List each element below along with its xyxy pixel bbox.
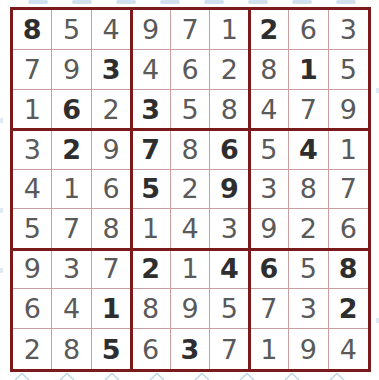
sudoku-cell-r4c4[interactable]: 7	[131, 130, 170, 170]
sudoku-cell-r4c3[interactable]: 9	[92, 130, 131, 170]
sudoku-cell-r5c5[interactable]: 2	[171, 170, 210, 210]
sudoku-cell-r5c9[interactable]: 7	[329, 170, 368, 210]
sudoku-cell-r6c3[interactable]: 8	[92, 209, 131, 249]
sudoku-cell-r2c3[interactable]: 3	[92, 50, 131, 90]
sudoku-cell-r2c8[interactable]: 1	[289, 50, 328, 90]
sudoku-cell-r1c5[interactable]: 7	[171, 10, 210, 50]
sudoku-cell-r3c5[interactable]: 5	[171, 90, 210, 130]
sudoku-cell-r4c2[interactable]: 2	[52, 130, 91, 170]
sudoku-cell-r7c6[interactable]: 4	[210, 249, 249, 289]
sudoku-cell-r7c5[interactable]: 1	[171, 249, 210, 289]
sudoku-cell-r6c5[interactable]: 4	[171, 209, 210, 249]
sudoku-cell-r4c9[interactable]: 1	[329, 130, 368, 170]
sudoku-cell-r6c8[interactable]: 2	[289, 209, 328, 249]
sudoku-cell-r5c1[interactable]: 4	[13, 170, 52, 210]
sudoku-cell-r5c2[interactable]: 1	[52, 170, 91, 210]
sudoku-cell-r9c2[interactable]: 8	[52, 329, 91, 369]
sudoku-cell-r6c2[interactable]: 7	[52, 209, 91, 249]
sudoku-cell-r3c4[interactable]: 3	[131, 90, 170, 130]
sudoku-cell-r3c6[interactable]: 8	[210, 90, 249, 130]
sudoku-cell-r8c7[interactable]: 7	[250, 289, 289, 329]
sudoku-cell-r4c7[interactable]: 5	[250, 130, 289, 170]
sudoku-cell-r8c6[interactable]: 5	[210, 289, 249, 329]
sudoku-cell-r9c1[interactable]: 2	[13, 329, 52, 369]
top-bars-decoration	[28, 0, 356, 4]
sudoku-cell-r4c5[interactable]: 8	[171, 130, 210, 170]
sudoku-cell-r8c2[interactable]: 4	[52, 289, 91, 329]
sudoku-cell-r9c4[interactable]: 6	[131, 329, 170, 369]
sudoku-cell-r8c8[interactable]: 3	[289, 289, 328, 329]
sudoku-cell-r1c7[interactable]: 2	[250, 10, 289, 50]
sudoku-cell-r7c4[interactable]: 2	[131, 249, 170, 289]
sudoku-cell-r1c6[interactable]: 1	[210, 10, 249, 50]
sudoku-cell-r9c5[interactable]: 3	[171, 329, 210, 369]
sudoku-cell-r7c7[interactable]: 6	[250, 249, 289, 289]
sudoku-cell-r6c1[interactable]: 5	[13, 209, 52, 249]
sudoku-cell-r7c3[interactable]: 7	[92, 249, 131, 289]
sudoku-cell-r5c7[interactable]: 3	[250, 170, 289, 210]
sudoku-cell-r9c3[interactable]: 5	[92, 329, 131, 369]
sudoku-cell-r6c7[interactable]: 9	[250, 209, 289, 249]
sudoku-board: 8549712637934628151623584793297865414165…	[10, 7, 371, 372]
sudoku-cell-r4c8[interactable]: 4	[289, 130, 328, 170]
sudoku-cell-r4c6[interactable]: 6	[210, 130, 249, 170]
sudoku-cell-r1c4[interactable]: 9	[131, 10, 170, 50]
sudoku-cell-r2c2[interactable]: 9	[52, 50, 91, 90]
sudoku-cell-r8c9[interactable]: 2	[329, 289, 368, 329]
sudoku-cell-r8c1[interactable]: 6	[13, 289, 52, 329]
sudoku-cell-r3c7[interactable]: 4	[250, 90, 289, 130]
sudoku-cell-r3c2[interactable]: 6	[52, 90, 91, 130]
sudoku-cell-r2c9[interactable]: 5	[329, 50, 368, 90]
sudoku-cell-r1c1[interactable]: 8	[13, 10, 52, 50]
sudoku-cell-r5c4[interactable]: 5	[131, 170, 170, 210]
sudoku-cell-r9c9[interactable]: 4	[329, 329, 368, 369]
sudoku-cell-r2c1[interactable]: 7	[13, 50, 52, 90]
sudoku-cell-r7c9[interactable]: 8	[329, 249, 368, 289]
sudoku-cell-r3c9[interactable]: 9	[329, 90, 368, 130]
sudoku-cell-r5c6[interactable]: 9	[210, 170, 249, 210]
sudoku-cell-r8c4[interactable]: 8	[131, 289, 170, 329]
sudoku-cell-r1c8[interactable]: 6	[289, 10, 328, 50]
sudoku-cell-r9c6[interactable]: 7	[210, 329, 249, 369]
sudoku-cell-r9c7[interactable]: 1	[250, 329, 289, 369]
sudoku-cell-r2c4[interactable]: 4	[131, 50, 170, 90]
sudoku-cell-r1c9[interactable]: 3	[329, 10, 368, 50]
sudoku-cell-r7c1[interactable]: 9	[13, 249, 52, 289]
sudoku-cell-r3c8[interactable]: 7	[289, 90, 328, 130]
bottom-chevrons-decoration	[15, 374, 344, 380]
sudoku-cell-r3c3[interactable]: 2	[92, 90, 131, 130]
sudoku-cell-r2c5[interactable]: 6	[171, 50, 210, 90]
sudoku-cell-r7c2[interactable]: 3	[52, 249, 91, 289]
sudoku-cell-r2c6[interactable]: 2	[210, 50, 249, 90]
sudoku-cell-r4c1[interactable]: 3	[13, 130, 52, 170]
sudoku-cell-r3c1[interactable]: 1	[13, 90, 52, 130]
sudoku-cell-r6c9[interactable]: 6	[329, 209, 368, 249]
sudoku-cell-r6c4[interactable]: 1	[131, 209, 170, 249]
sudoku-cell-r5c8[interactable]: 8	[289, 170, 328, 210]
sudoku-cell-r6c6[interactable]: 3	[210, 209, 249, 249]
sudoku-cell-r8c5[interactable]: 9	[171, 289, 210, 329]
sudoku-cell-r7c8[interactable]: 5	[289, 249, 328, 289]
sudoku-cell-r9c8[interactable]: 9	[289, 329, 328, 369]
sudoku-cell-r8c3[interactable]: 1	[92, 289, 131, 329]
sudoku-cell-r2c7[interactable]: 8	[250, 50, 289, 90]
sudoku-cell-r5c3[interactable]: 6	[92, 170, 131, 210]
sudoku-cell-r1c2[interactable]: 5	[52, 10, 91, 50]
sudoku-cell-r1c3[interactable]: 4	[92, 10, 131, 50]
